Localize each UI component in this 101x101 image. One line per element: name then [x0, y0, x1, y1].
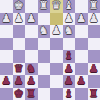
chess-board: ♚♜♛♝♜♟♟♟♟♟♟♞♟♞♝♛♞♟♟♟♟♟♟♟♚♜♝♜: [0, 0, 100, 100]
square-h3[interactable]: [0, 25, 13, 38]
square-g5[interactable]: [13, 50, 26, 63]
white-pawn[interactable]: ♟: [25, 13, 38, 26]
white-pawn[interactable]: ♟: [75, 13, 88, 26]
white-bishop[interactable]: ♝: [63, 0, 76, 13]
square-e8[interactable]: [38, 88, 51, 101]
square-b1[interactable]: [75, 0, 88, 13]
square-f3[interactable]: [25, 25, 38, 38]
square-a7[interactable]: [88, 75, 101, 88]
square-e6[interactable]: [38, 63, 51, 76]
black-pawn[interactable]: ♟: [13, 75, 26, 88]
white-rook[interactable]: ♜: [88, 0, 101, 13]
square-d8[interactable]: [50, 88, 63, 101]
square-f4[interactable]: [25, 38, 38, 51]
square-d4[interactable]: [50, 38, 63, 51]
square-c3[interactable]: ♞: [63, 25, 76, 38]
square-a5[interactable]: [88, 50, 101, 63]
white-rook[interactable]: ♜: [38, 0, 51, 13]
black-pawn[interactable]: ♟: [75, 75, 88, 88]
square-f8[interactable]: ♜: [25, 88, 38, 101]
square-a2[interactable]: ♟: [88, 13, 101, 26]
square-d6[interactable]: [50, 63, 63, 76]
square-f5[interactable]: [25, 50, 38, 63]
square-g8[interactable]: ♚: [13, 88, 26, 101]
black-rook[interactable]: ♜: [88, 88, 101, 101]
square-g1[interactable]: ♚: [13, 0, 26, 13]
square-a4[interactable]: [88, 38, 101, 51]
square-h2[interactable]: ♟: [0, 13, 13, 26]
white-pawn[interactable]: ♟: [88, 13, 101, 26]
square-h5[interactable]: [0, 50, 13, 63]
square-b7[interactable]: ♟: [75, 75, 88, 88]
white-pawn[interactable]: ♟: [0, 13, 13, 26]
square-g7[interactable]: ♟: [13, 75, 26, 88]
black-pawn[interactable]: ♟: [63, 75, 76, 88]
square-g3[interactable]: [13, 25, 26, 38]
square-b2[interactable]: ♟: [75, 13, 88, 26]
black-pawn[interactable]: ♟: [88, 63, 101, 76]
white-pawn[interactable]: ♟: [50, 25, 63, 38]
square-a3[interactable]: [88, 25, 101, 38]
black-bishop[interactable]: ♝: [63, 50, 76, 63]
white-pawn[interactable]: ♟: [13, 13, 26, 26]
square-f7[interactable]: ♟: [25, 75, 38, 88]
square-g4[interactable]: [13, 38, 26, 51]
square-e1[interactable]: ♜: [38, 0, 51, 13]
square-e7[interactable]: [38, 75, 51, 88]
square-b4[interactable]: [75, 38, 88, 51]
white-king[interactable]: ♚: [13, 0, 26, 13]
square-f2[interactable]: ♟: [25, 13, 38, 26]
square-a8[interactable]: ♜: [88, 88, 101, 101]
square-h8[interactable]: [0, 88, 13, 101]
square-e5[interactable]: [38, 50, 51, 63]
square-d5[interactable]: [50, 50, 63, 63]
white-knight[interactable]: ♞: [63, 25, 76, 38]
square-g2[interactable]: ♟: [13, 13, 26, 26]
square-h1[interactable]: [0, 0, 13, 13]
square-d1[interactable]: ♛: [50, 0, 63, 13]
square-c1[interactable]: ♝: [63, 0, 76, 13]
square-a6[interactable]: ♟: [88, 63, 101, 76]
square-e4[interactable]: [38, 38, 51, 51]
square-h4[interactable]: [0, 38, 13, 51]
black-rook[interactable]: ♜: [25, 88, 38, 101]
black-king[interactable]: ♚: [13, 88, 26, 101]
square-a1[interactable]: ♜: [88, 0, 101, 13]
square-b8[interactable]: [75, 88, 88, 101]
square-c8[interactable]: ♝: [63, 88, 76, 101]
white-knight[interactable]: ♞: [38, 25, 51, 38]
black-pawn[interactable]: ♟: [0, 75, 13, 88]
square-f1[interactable]: [25, 0, 38, 13]
white-queen[interactable]: ♛: [50, 0, 63, 13]
black-bishop[interactable]: ♝: [63, 88, 76, 101]
square-b3[interactable]: [75, 25, 88, 38]
square-b5[interactable]: [75, 50, 88, 63]
black-pawn[interactable]: ♟: [25, 75, 38, 88]
square-c5[interactable]: ♝: [63, 50, 76, 63]
square-c7[interactable]: ♟: [63, 75, 76, 88]
square-d3[interactable]: ♟: [50, 25, 63, 38]
square-e3[interactable]: ♞: [38, 25, 51, 38]
square-d7[interactable]: [50, 75, 63, 88]
square-h7[interactable]: ♟: [0, 75, 13, 88]
